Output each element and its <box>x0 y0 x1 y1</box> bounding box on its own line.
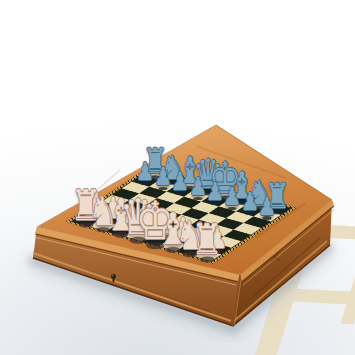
product-photo-scene: F <box>0 0 355 355</box>
